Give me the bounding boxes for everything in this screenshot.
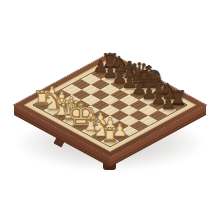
chess-set-product-photo: ♜♞♝♛♚♝♞♜♟♟♟♟♟♟♟♟♟♟♟♟♟♟♟♟♜♞♝♛♚♝♞♜	[0, 0, 220, 220]
piece-black-pawn-h7: ♟	[161, 96, 176, 113]
piece-white-rook-h1: ♜	[101, 125, 119, 145]
pieces-layer: ♜♞♝♛♚♝♞♜♟♟♟♟♟♟♟♟♟♟♟♟♟♟♟♟♜♞♝♛♚♝♞♜	[0, 0, 220, 220]
